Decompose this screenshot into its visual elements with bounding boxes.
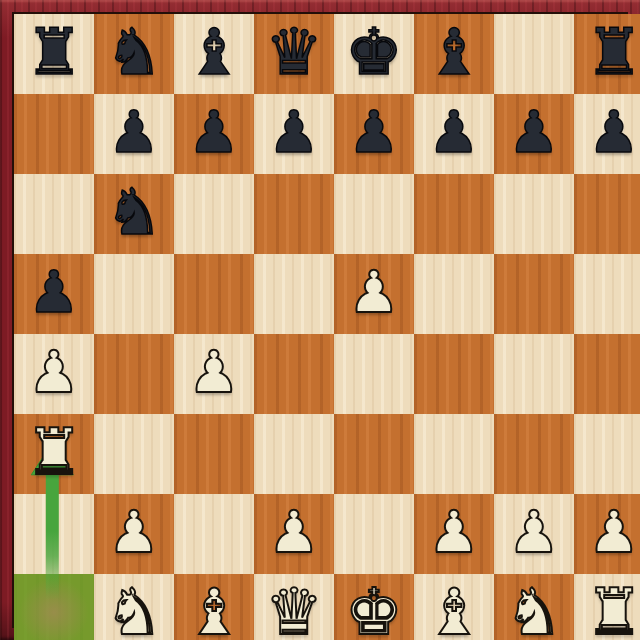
piece-cell-b1: ♞ bbox=[94, 574, 174, 640]
piece-cell-c4: ♟ bbox=[174, 334, 254, 414]
white-king[interactable]: ♚ bbox=[345, 580, 402, 640]
piece-cell-e7: ♟ bbox=[334, 94, 414, 174]
piece-cell-b8: ♞ bbox=[94, 14, 174, 94]
black-bishop[interactable]: ♝ bbox=[185, 20, 242, 84]
black-queen[interactable]: ♛ bbox=[265, 20, 322, 84]
piece-cell-a4: ♟ bbox=[14, 334, 94, 414]
piece-cell-a7 bbox=[14, 94, 94, 174]
piece-cell-d2: ♟ bbox=[254, 494, 334, 574]
black-king[interactable]: ♚ bbox=[345, 20, 402, 84]
piece-cell-d4 bbox=[254, 334, 334, 414]
piece-cell-h6 bbox=[574, 174, 640, 254]
piece-cell-g6 bbox=[494, 174, 574, 254]
piece-cell-h8: ♜ bbox=[574, 14, 640, 94]
black-knight[interactable]: ♞ bbox=[105, 180, 162, 244]
piece-cell-g5 bbox=[494, 254, 574, 334]
piece-cell-f4 bbox=[414, 334, 494, 414]
black-pawn[interactable]: ♟ bbox=[268, 103, 320, 161]
piece-cell-e2 bbox=[334, 494, 414, 574]
white-pawn[interactable]: ♟ bbox=[268, 503, 320, 561]
piece-cell-h5 bbox=[574, 254, 640, 334]
piece-cell-f2: ♟ bbox=[414, 494, 494, 574]
piece-cell-f8: ♝ bbox=[414, 14, 494, 94]
piece-cell-a3: ♜ bbox=[14, 414, 94, 494]
piece-cell-c2 bbox=[174, 494, 254, 574]
black-pawn[interactable]: ♟ bbox=[28, 263, 80, 321]
piece-layer: ♜♞♝♛♚♝♜♟♟♟♟♟♟♟♞♟♟♟♟♜♟♟♟♟♟♞♝♛♚♝♞♜ bbox=[14, 14, 640, 640]
piece-cell-h7: ♟ bbox=[574, 94, 640, 174]
white-pawn[interactable]: ♟ bbox=[348, 263, 400, 321]
piece-cell-f1: ♝ bbox=[414, 574, 494, 640]
piece-cell-c3 bbox=[174, 414, 254, 494]
white-bishop[interactable]: ♝ bbox=[425, 580, 482, 640]
piece-cell-e5: ♟ bbox=[334, 254, 414, 334]
piece-cell-b2: ♟ bbox=[94, 494, 174, 574]
piece-cell-d1: ♛ bbox=[254, 574, 334, 640]
white-pawn[interactable]: ♟ bbox=[28, 343, 80, 401]
white-pawn[interactable]: ♟ bbox=[188, 343, 240, 401]
piece-cell-c1: ♝ bbox=[174, 574, 254, 640]
white-pawn[interactable]: ♟ bbox=[588, 503, 640, 561]
piece-cell-h2: ♟ bbox=[574, 494, 640, 574]
piece-cell-c7: ♟ bbox=[174, 94, 254, 174]
piece-cell-d5 bbox=[254, 254, 334, 334]
piece-cell-e3 bbox=[334, 414, 414, 494]
black-pawn[interactable]: ♟ bbox=[108, 103, 160, 161]
piece-cell-f3 bbox=[414, 414, 494, 494]
piece-cell-f6 bbox=[414, 174, 494, 254]
piece-cell-g8 bbox=[494, 14, 574, 94]
white-rook[interactable]: ♜ bbox=[585, 580, 640, 640]
black-pawn[interactable]: ♟ bbox=[428, 103, 480, 161]
piece-cell-b7: ♟ bbox=[94, 94, 174, 174]
piece-cell-e6 bbox=[334, 174, 414, 254]
piece-cell-h4 bbox=[574, 334, 640, 414]
black-knight[interactable]: ♞ bbox=[105, 20, 162, 84]
black-pawn[interactable]: ♟ bbox=[188, 103, 240, 161]
black-bishop[interactable]: ♝ bbox=[425, 20, 482, 84]
piece-cell-e1: ♚ bbox=[334, 574, 414, 640]
piece-cell-e8: ♚ bbox=[334, 14, 414, 94]
piece-cell-b5 bbox=[94, 254, 174, 334]
piece-cell-a8: ♜ bbox=[14, 14, 94, 94]
piece-cell-g4 bbox=[494, 334, 574, 414]
piece-cell-b6: ♞ bbox=[94, 174, 174, 254]
piece-cell-c6 bbox=[174, 174, 254, 254]
black-rook[interactable]: ♜ bbox=[25, 20, 82, 84]
piece-cell-e4 bbox=[334, 334, 414, 414]
black-rook[interactable]: ♜ bbox=[585, 20, 640, 84]
piece-cell-g7: ♟ bbox=[494, 94, 574, 174]
piece-cell-c5 bbox=[174, 254, 254, 334]
piece-cell-c8: ♝ bbox=[174, 14, 254, 94]
piece-cell-b4 bbox=[94, 334, 174, 414]
white-knight[interactable]: ♞ bbox=[105, 580, 162, 640]
black-pawn[interactable]: ♟ bbox=[508, 103, 560, 161]
piece-cell-a2 bbox=[14, 494, 94, 574]
white-rook[interactable]: ♜ bbox=[25, 420, 82, 484]
piece-cell-a1 bbox=[14, 574, 94, 640]
white-bishop[interactable]: ♝ bbox=[185, 580, 242, 640]
piece-cell-d8: ♛ bbox=[254, 14, 334, 94]
piece-cell-g1: ♞ bbox=[494, 574, 574, 640]
piece-cell-f7: ♟ bbox=[414, 94, 494, 174]
black-pawn[interactable]: ♟ bbox=[588, 103, 640, 161]
piece-cell-h3 bbox=[574, 414, 640, 494]
piece-cell-a5: ♟ bbox=[14, 254, 94, 334]
white-pawn[interactable]: ♟ bbox=[508, 503, 560, 561]
white-queen[interactable]: ♛ bbox=[265, 580, 322, 640]
piece-cell-f5 bbox=[414, 254, 494, 334]
white-knight[interactable]: ♞ bbox=[505, 580, 562, 640]
piece-cell-b3 bbox=[94, 414, 174, 494]
black-pawn[interactable]: ♟ bbox=[348, 103, 400, 161]
piece-cell-d3 bbox=[254, 414, 334, 494]
piece-cell-g2: ♟ bbox=[494, 494, 574, 574]
piece-cell-d6 bbox=[254, 174, 334, 254]
white-pawn[interactable]: ♟ bbox=[108, 503, 160, 561]
piece-cell-g3 bbox=[494, 414, 574, 494]
white-pawn[interactable]: ♟ bbox=[428, 503, 480, 561]
piece-cell-a6 bbox=[14, 174, 94, 254]
piece-cell-d7: ♟ bbox=[254, 94, 334, 174]
piece-cell-h1: ♜ bbox=[574, 574, 640, 640]
chess-board-frame: ♜♞♝♛♚♝♜♟♟♟♟♟♟♟♞♟♟♟♟♜♟♟♟♟♟♞♝♛♚♝♞♜ bbox=[0, 0, 640, 640]
